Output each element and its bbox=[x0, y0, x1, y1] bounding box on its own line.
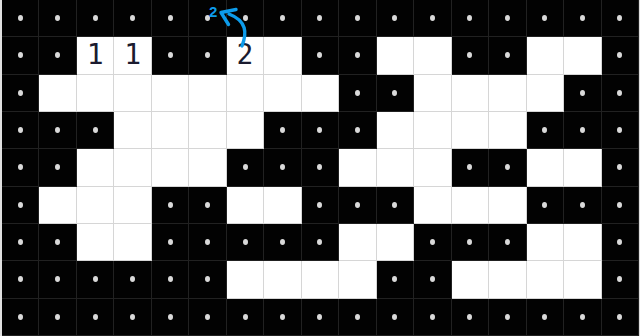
cell[interactable] bbox=[302, 75, 339, 112]
dot-icon bbox=[542, 127, 547, 133]
dot-icon bbox=[355, 15, 360, 21]
cell[interactable] bbox=[39, 224, 76, 261]
dot-icon bbox=[205, 314, 210, 320]
cell[interactable] bbox=[227, 224, 264, 261]
cell[interactable] bbox=[39, 0, 76, 37]
dot-icon bbox=[280, 15, 285, 21]
cell[interactable] bbox=[152, 224, 189, 261]
cell[interactable] bbox=[264, 112, 301, 149]
dot-icon bbox=[392, 15, 397, 21]
cell[interactable] bbox=[39, 112, 76, 149]
cell[interactable] bbox=[339, 112, 376, 149]
cell[interactable] bbox=[489, 261, 526, 298]
cell-number: 1 bbox=[87, 41, 104, 69]
cell[interactable] bbox=[152, 0, 189, 37]
cell[interactable] bbox=[264, 261, 301, 298]
dot-icon bbox=[93, 314, 98, 320]
cell[interactable] bbox=[2, 149, 39, 186]
cell[interactable] bbox=[152, 299, 189, 336]
cell[interactable] bbox=[564, 224, 601, 261]
cell[interactable] bbox=[227, 261, 264, 298]
cell[interactable] bbox=[227, 75, 264, 112]
cell[interactable] bbox=[489, 37, 526, 74]
cell[interactable] bbox=[377, 261, 414, 298]
dot-icon bbox=[617, 164, 622, 170]
dot-icon bbox=[55, 127, 60, 133]
dot-icon bbox=[505, 314, 510, 320]
cell[interactable] bbox=[414, 112, 451, 149]
cell[interactable] bbox=[377, 149, 414, 186]
cell[interactable] bbox=[414, 75, 451, 112]
dot-icon bbox=[467, 314, 472, 320]
cell[interactable] bbox=[452, 299, 489, 336]
cell[interactable] bbox=[564, 112, 601, 149]
dot-icon bbox=[542, 202, 547, 208]
dot-icon bbox=[18, 127, 23, 133]
cell[interactable] bbox=[39, 149, 76, 186]
cell[interactable] bbox=[264, 0, 301, 37]
cell[interactable] bbox=[564, 149, 601, 186]
dot-icon bbox=[168, 202, 173, 208]
dot-icon bbox=[93, 15, 98, 21]
dot-icon bbox=[467, 15, 472, 21]
cell[interactable] bbox=[114, 299, 151, 336]
cell[interactable] bbox=[564, 0, 601, 37]
cell[interactable] bbox=[189, 75, 226, 112]
dot-icon bbox=[168, 276, 173, 282]
dot-icon bbox=[280, 164, 285, 170]
dot-icon bbox=[55, 276, 60, 282]
cell[interactable] bbox=[489, 149, 526, 186]
dot-icon bbox=[317, 127, 322, 133]
cell[interactable] bbox=[527, 112, 564, 149]
dot-icon bbox=[317, 15, 322, 21]
cell[interactable] bbox=[264, 187, 301, 224]
dot-icon bbox=[430, 276, 435, 282]
dot-icon bbox=[168, 314, 173, 320]
cell[interactable] bbox=[2, 299, 39, 336]
dot-icon bbox=[617, 90, 622, 96]
dot-icon bbox=[430, 314, 435, 320]
dot-icon bbox=[430, 239, 435, 245]
cell[interactable] bbox=[189, 299, 226, 336]
dot-icon bbox=[392, 202, 397, 208]
cell[interactable] bbox=[527, 37, 564, 74]
cell[interactable] bbox=[339, 299, 376, 336]
cell[interactable] bbox=[77, 149, 114, 186]
cell[interactable] bbox=[564, 75, 601, 112]
cell[interactable] bbox=[77, 261, 114, 298]
dot-icon bbox=[130, 15, 135, 21]
cell[interactable] bbox=[302, 0, 339, 37]
dot-icon bbox=[580, 15, 585, 21]
cell[interactable] bbox=[152, 37, 189, 74]
cell[interactable] bbox=[452, 75, 489, 112]
cell[interactable] bbox=[189, 224, 226, 261]
cell[interactable] bbox=[302, 224, 339, 261]
dot-icon bbox=[317, 202, 322, 208]
dot-icon bbox=[205, 276, 210, 282]
cell[interactable] bbox=[527, 224, 564, 261]
cell[interactable] bbox=[2, 37, 39, 74]
cell[interactable] bbox=[527, 75, 564, 112]
dot-icon bbox=[467, 164, 472, 170]
cell[interactable]: 1 bbox=[77, 37, 114, 74]
cell[interactable] bbox=[39, 37, 76, 74]
cell[interactable] bbox=[114, 261, 151, 298]
cell[interactable] bbox=[564, 187, 601, 224]
cell-number: 2 bbox=[237, 41, 254, 69]
cell[interactable] bbox=[152, 261, 189, 298]
dot-icon bbox=[243, 164, 248, 170]
dot-icon bbox=[243, 314, 248, 320]
dot-icon bbox=[168, 239, 173, 245]
cell[interactable] bbox=[189, 149, 226, 186]
puzzle-screenshot: 112 2 bbox=[0, 0, 640, 336]
dot-icon bbox=[355, 127, 360, 133]
cell[interactable] bbox=[189, 37, 226, 74]
cell[interactable] bbox=[114, 112, 151, 149]
cell[interactable] bbox=[377, 299, 414, 336]
cell[interactable]: 1 bbox=[114, 37, 151, 74]
cell[interactable] bbox=[527, 0, 564, 37]
dot-icon bbox=[18, 202, 23, 208]
dot-icon bbox=[467, 52, 472, 58]
cell[interactable] bbox=[602, 261, 639, 298]
dot-icon bbox=[542, 15, 547, 21]
cell[interactable] bbox=[302, 112, 339, 149]
cell[interactable] bbox=[377, 187, 414, 224]
cell[interactable] bbox=[602, 112, 639, 149]
cell[interactable] bbox=[377, 0, 414, 37]
cell[interactable] bbox=[527, 261, 564, 298]
dot-icon bbox=[130, 314, 135, 320]
dot-icon bbox=[617, 15, 622, 21]
cell[interactable] bbox=[489, 299, 526, 336]
cell[interactable] bbox=[377, 224, 414, 261]
dot-icon bbox=[280, 314, 285, 320]
cell[interactable] bbox=[264, 37, 301, 74]
cell[interactable] bbox=[602, 224, 639, 261]
dot-icon bbox=[317, 52, 322, 58]
dot-icon bbox=[617, 276, 622, 282]
dot-icon bbox=[505, 239, 510, 245]
cell[interactable] bbox=[602, 299, 639, 336]
cell[interactable] bbox=[114, 75, 151, 112]
cell[interactable] bbox=[414, 0, 451, 37]
dot-icon bbox=[18, 15, 23, 21]
cell[interactable] bbox=[114, 0, 151, 37]
dot-icon bbox=[93, 127, 98, 133]
dot-icon bbox=[505, 52, 510, 58]
cell[interactable] bbox=[77, 112, 114, 149]
cell[interactable] bbox=[339, 0, 376, 37]
cell[interactable] bbox=[39, 261, 76, 298]
cell[interactable] bbox=[227, 112, 264, 149]
dot-icon bbox=[617, 127, 622, 133]
cell[interactable]: 2 bbox=[227, 37, 264, 74]
cell[interactable] bbox=[39, 187, 76, 224]
cell[interactable] bbox=[414, 37, 451, 74]
cell[interactable] bbox=[302, 187, 339, 224]
cell[interactable] bbox=[77, 75, 114, 112]
cell[interactable] bbox=[452, 261, 489, 298]
dot-icon bbox=[617, 314, 622, 320]
dot-icon bbox=[168, 15, 173, 21]
dot-icon bbox=[580, 127, 585, 133]
cell[interactable] bbox=[77, 224, 114, 261]
dot-icon bbox=[580, 314, 585, 320]
cell[interactable] bbox=[414, 224, 451, 261]
dot-icon bbox=[280, 127, 285, 133]
dot-icon bbox=[243, 239, 248, 245]
cell[interactable] bbox=[339, 75, 376, 112]
dot-icon bbox=[18, 90, 23, 96]
dot-icon bbox=[243, 15, 248, 21]
cell[interactable] bbox=[77, 0, 114, 37]
dot-icon bbox=[392, 314, 397, 320]
cell[interactable] bbox=[339, 149, 376, 186]
dot-icon bbox=[467, 239, 472, 245]
cell[interactable] bbox=[602, 149, 639, 186]
cell[interactable] bbox=[602, 37, 639, 74]
dot-icon bbox=[205, 202, 210, 208]
cell[interactable] bbox=[189, 187, 226, 224]
cell[interactable] bbox=[2, 187, 39, 224]
dot-icon bbox=[580, 90, 585, 96]
cell[interactable] bbox=[564, 299, 601, 336]
cell[interactable] bbox=[527, 187, 564, 224]
cell[interactable] bbox=[489, 187, 526, 224]
cell[interactable] bbox=[2, 261, 39, 298]
cell[interactable] bbox=[114, 149, 151, 186]
dot-icon bbox=[205, 239, 210, 245]
cell[interactable] bbox=[152, 149, 189, 186]
cell[interactable] bbox=[602, 0, 639, 37]
cell[interactable] bbox=[489, 112, 526, 149]
dot-icon bbox=[55, 239, 60, 245]
cell[interactable] bbox=[414, 187, 451, 224]
cell[interactable] bbox=[227, 187, 264, 224]
cell[interactable] bbox=[452, 37, 489, 74]
cell[interactable] bbox=[264, 224, 301, 261]
cell[interactable] bbox=[489, 224, 526, 261]
cell[interactable] bbox=[39, 299, 76, 336]
dot-icon bbox=[280, 239, 285, 245]
cell[interactable] bbox=[452, 149, 489, 186]
cell[interactable] bbox=[39, 75, 76, 112]
cell[interactable] bbox=[114, 224, 151, 261]
cell[interactable] bbox=[564, 37, 601, 74]
dot-icon bbox=[18, 239, 23, 245]
dot-icon bbox=[505, 15, 510, 21]
cell[interactable] bbox=[77, 299, 114, 336]
dot-icon bbox=[18, 164, 23, 170]
dot-icon bbox=[55, 314, 60, 320]
cell[interactable] bbox=[189, 112, 226, 149]
cell[interactable] bbox=[489, 0, 526, 37]
cell[interactable] bbox=[152, 112, 189, 149]
cell[interactable] bbox=[527, 299, 564, 336]
dot-icon bbox=[55, 52, 60, 58]
dot-icon bbox=[505, 164, 510, 170]
cell[interactable] bbox=[264, 75, 301, 112]
cell[interactable] bbox=[452, 224, 489, 261]
cell[interactable] bbox=[227, 299, 264, 336]
dot-icon bbox=[430, 15, 435, 21]
dot-icon bbox=[18, 276, 23, 282]
cell[interactable] bbox=[302, 149, 339, 186]
cell[interactable] bbox=[302, 261, 339, 298]
cell[interactable] bbox=[152, 187, 189, 224]
cell[interactable] bbox=[377, 37, 414, 74]
dot-icon bbox=[205, 52, 210, 58]
cell[interactable] bbox=[114, 187, 151, 224]
cell[interactable] bbox=[489, 75, 526, 112]
cell[interactable] bbox=[2, 0, 39, 37]
cell[interactable] bbox=[227, 149, 264, 186]
cell[interactable] bbox=[339, 187, 376, 224]
cell[interactable] bbox=[377, 112, 414, 149]
dot-icon bbox=[355, 314, 360, 320]
dot-icon bbox=[617, 52, 622, 58]
dot-icon bbox=[617, 239, 622, 245]
cell[interactable] bbox=[602, 75, 639, 112]
dot-icon bbox=[355, 52, 360, 58]
dot-icon bbox=[18, 314, 23, 320]
cell[interactable] bbox=[302, 37, 339, 74]
dot-icon bbox=[55, 15, 60, 21]
dot-icon bbox=[392, 276, 397, 282]
cell[interactable] bbox=[339, 261, 376, 298]
cell[interactable] bbox=[377, 75, 414, 112]
cell[interactable] bbox=[339, 224, 376, 261]
dot-icon bbox=[392, 90, 397, 96]
cell[interactable] bbox=[302, 299, 339, 336]
cell[interactable] bbox=[602, 187, 639, 224]
cell[interactable] bbox=[527, 149, 564, 186]
cell[interactable] bbox=[452, 112, 489, 149]
dot-icon bbox=[18, 52, 23, 58]
cell[interactable] bbox=[189, 261, 226, 298]
cell[interactable] bbox=[452, 0, 489, 37]
cell[interactable] bbox=[339, 37, 376, 74]
dot-icon bbox=[317, 314, 322, 320]
cell[interactable] bbox=[564, 261, 601, 298]
dot-icon bbox=[93, 276, 98, 282]
cell[interactable] bbox=[264, 299, 301, 336]
cell[interactable] bbox=[264, 149, 301, 186]
cell[interactable] bbox=[2, 224, 39, 261]
cell[interactable] bbox=[2, 75, 39, 112]
dot-icon bbox=[317, 239, 322, 245]
cell[interactable] bbox=[452, 187, 489, 224]
cell[interactable] bbox=[227, 0, 264, 37]
dot-icon bbox=[168, 52, 173, 58]
cell-number: 1 bbox=[124, 41, 141, 69]
dot-icon bbox=[355, 90, 360, 96]
dot-icon bbox=[617, 202, 622, 208]
annotation-label: 2 bbox=[209, 3, 217, 20]
dot-icon bbox=[55, 164, 60, 170]
dot-icon bbox=[355, 202, 360, 208]
cell[interactable] bbox=[414, 149, 451, 186]
cell[interactable] bbox=[152, 75, 189, 112]
cell[interactable] bbox=[77, 187, 114, 224]
dot-icon bbox=[317, 164, 322, 170]
cell[interactable] bbox=[2, 112, 39, 149]
dot-icon bbox=[580, 202, 585, 208]
puzzle-grid: 112 bbox=[0, 0, 640, 336]
dot-icon bbox=[130, 276, 135, 282]
cell[interactable] bbox=[414, 261, 451, 298]
dot-icon bbox=[542, 314, 547, 320]
cell[interactable] bbox=[414, 299, 451, 336]
